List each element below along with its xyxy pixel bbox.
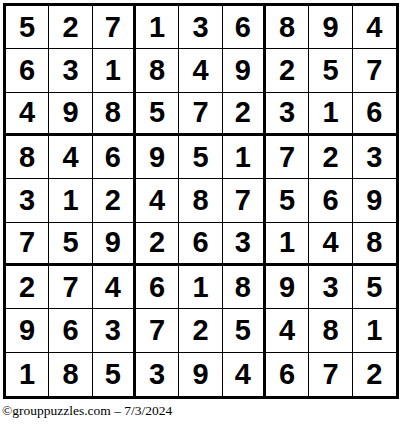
cell-r3c7: 3 xyxy=(266,93,309,136)
cell-r2c8: 5 xyxy=(309,49,352,92)
cell-r8c9: 1 xyxy=(353,309,396,352)
cell-r5c8: 6 xyxy=(309,179,352,222)
cell-r1c1: 5 xyxy=(6,6,49,49)
cell-r6c9: 8 xyxy=(353,223,396,266)
cell-r6c1: 7 xyxy=(6,223,49,266)
cell-r8c5: 2 xyxy=(179,309,222,352)
cell-r9c8: 7 xyxy=(309,353,352,396)
cell-r8c2: 6 xyxy=(49,309,92,352)
cell-r2c5: 4 xyxy=(179,49,222,92)
cell-r5c2: 1 xyxy=(49,179,92,222)
cell-r7c8: 3 xyxy=(309,266,352,309)
cell-r5c1: 3 xyxy=(6,179,49,222)
cell-r1c2: 2 xyxy=(49,6,92,49)
cell-r6c7: 1 xyxy=(266,223,309,266)
cell-r4c7: 7 xyxy=(266,136,309,179)
cell-r9c2: 8 xyxy=(49,353,92,396)
cell-r9c4: 3 xyxy=(136,353,179,396)
cell-r2c9: 7 xyxy=(353,49,396,92)
copyright-credit: ©grouppuzzles.com – 7/3/2024 xyxy=(2,403,172,419)
cell-r8c3: 3 xyxy=(93,309,136,352)
cell-r3c2: 9 xyxy=(49,93,92,136)
cell-r7c9: 5 xyxy=(353,266,396,309)
cell-r6c4: 2 xyxy=(136,223,179,266)
cell-r5c7: 5 xyxy=(266,179,309,222)
cell-r2c7: 2 xyxy=(266,49,309,92)
cell-r5c3: 2 xyxy=(93,179,136,222)
cell-r1c7: 8 xyxy=(266,6,309,49)
cell-r1c8: 9 xyxy=(309,6,352,49)
cell-r4c3: 6 xyxy=(93,136,136,179)
cell-r7c2: 7 xyxy=(49,266,92,309)
cell-r3c6: 2 xyxy=(223,93,266,136)
cell-r4c8: 2 xyxy=(309,136,352,179)
cell-r7c4: 6 xyxy=(136,266,179,309)
cell-r5c9: 9 xyxy=(353,179,396,222)
cell-r1c3: 7 xyxy=(93,6,136,49)
cell-r8c7: 4 xyxy=(266,309,309,352)
cell-r1c6: 6 xyxy=(223,6,266,49)
sudoku-grid: 5271368946318492574985723168469517233124… xyxy=(3,3,399,399)
cell-r1c5: 3 xyxy=(179,6,222,49)
cell-r6c5: 6 xyxy=(179,223,222,266)
cell-r6c2: 5 xyxy=(49,223,92,266)
cell-r2c4: 8 xyxy=(136,49,179,92)
cell-r6c3: 9 xyxy=(93,223,136,266)
cell-r8c4: 7 xyxy=(136,309,179,352)
cell-r4c6: 1 xyxy=(223,136,266,179)
cell-r4c2: 4 xyxy=(49,136,92,179)
cell-r9c5: 9 xyxy=(179,353,222,396)
cell-r4c1: 8 xyxy=(6,136,49,179)
cell-r8c6: 5 xyxy=(223,309,266,352)
cell-r8c1: 9 xyxy=(6,309,49,352)
cell-r5c6: 7 xyxy=(223,179,266,222)
cell-r3c3: 8 xyxy=(93,93,136,136)
cell-r3c4: 5 xyxy=(136,93,179,136)
cell-r7c3: 4 xyxy=(93,266,136,309)
cell-r9c9: 2 xyxy=(353,353,396,396)
cell-r4c5: 5 xyxy=(179,136,222,179)
cell-r8c8: 8 xyxy=(309,309,352,352)
cell-r1c9: 4 xyxy=(353,6,396,49)
cell-r4c9: 3 xyxy=(353,136,396,179)
cell-r9c1: 1 xyxy=(6,353,49,396)
cell-r9c3: 5 xyxy=(93,353,136,396)
cell-r3c5: 7 xyxy=(179,93,222,136)
sudoku-page: 5271368946318492574985723168469517233124… xyxy=(0,0,402,424)
cell-r2c1: 6 xyxy=(6,49,49,92)
cell-r7c1: 2 xyxy=(6,266,49,309)
cell-r3c9: 6 xyxy=(353,93,396,136)
cell-r2c2: 3 xyxy=(49,49,92,92)
cell-r9c7: 6 xyxy=(266,353,309,396)
cell-r6c8: 4 xyxy=(309,223,352,266)
cell-r2c6: 9 xyxy=(223,49,266,92)
cell-r7c6: 8 xyxy=(223,266,266,309)
cell-r1c4: 1 xyxy=(136,6,179,49)
cell-r7c7: 9 xyxy=(266,266,309,309)
cell-r7c5: 1 xyxy=(179,266,222,309)
cell-r5c5: 8 xyxy=(179,179,222,222)
cell-r5c4: 4 xyxy=(136,179,179,222)
cell-r4c4: 9 xyxy=(136,136,179,179)
cell-r3c1: 4 xyxy=(6,93,49,136)
cell-r2c3: 1 xyxy=(93,49,136,92)
cell-r9c6: 4 xyxy=(223,353,266,396)
cell-r6c6: 3 xyxy=(223,223,266,266)
cell-r3c8: 1 xyxy=(309,93,352,136)
